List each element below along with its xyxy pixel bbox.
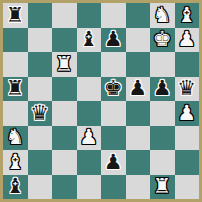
white-rook-c6: ♜ [55,54,74,75]
square-b2[interactable] [28,150,53,175]
square-b6[interactable] [28,52,53,77]
square-f3[interactable] [126,126,151,151]
square-f5[interactable]: ♟ [126,77,151,102]
square-d2[interactable] [77,150,102,175]
square-e7[interactable]: ♟ [101,28,126,53]
white-knight-g8: ♞ [153,5,172,26]
square-d6[interactable] [77,52,102,77]
square-f6[interactable] [126,52,151,77]
square-h5[interactable]: ♛ [175,77,200,102]
square-g8[interactable]: ♞ [150,3,175,28]
white-pawn-h7: ♟ [177,29,196,50]
square-c2[interactable] [52,150,77,175]
square-b8[interactable] [28,3,53,28]
square-h4[interactable]: ♟ [175,101,200,126]
square-e5[interactable]: ♚ [101,77,126,102]
board-frame: ♜♞♝♝♟♚♟♜♜♚♟♟♛♛♟♞♟♝♟♝♜ [0,0,202,202]
white-bishop-h8: ♝ [177,5,196,26]
square-c1[interactable] [52,175,77,200]
square-d1[interactable] [77,175,102,200]
white-king-g7: ♚ [153,29,172,50]
square-a1[interactable]: ♝ [3,175,28,200]
black-queen-b4: ♛ [30,103,49,124]
square-h7[interactable]: ♟ [175,28,200,53]
square-d5[interactable] [77,77,102,102]
square-h2[interactable] [175,150,200,175]
square-e1[interactable] [101,175,126,200]
square-a2[interactable]: ♝ [3,150,28,175]
square-b1[interactable] [28,175,53,200]
square-a8[interactable]: ♜ [3,3,28,28]
square-a6[interactable] [3,52,28,77]
square-g3[interactable] [150,126,175,151]
black-bishop-d7: ♝ [79,29,98,50]
square-f4[interactable] [126,101,151,126]
black-queen-h5: ♛ [177,78,196,99]
square-f1[interactable] [126,175,151,200]
square-b4[interactable]: ♛ [28,101,53,126]
square-e8[interactable] [101,3,126,28]
square-g5[interactable]: ♟ [150,77,175,102]
square-e3[interactable] [101,126,126,151]
white-rook-g1: ♜ [153,176,172,197]
black-bishop-a1: ♝ [6,176,25,197]
white-pawn-h4: ♟ [177,103,196,124]
black-king-e5: ♚ [104,78,123,99]
black-pawn-e2: ♟ [104,152,123,173]
square-g2[interactable] [150,150,175,175]
square-e6[interactable] [101,52,126,77]
square-d7[interactable]: ♝ [77,28,102,53]
chess-board: ♜♞♝♝♟♚♟♜♜♚♟♟♛♛♟♞♟♝♟♝♜ [3,3,199,199]
square-c6[interactable]: ♜ [52,52,77,77]
square-c5[interactable] [52,77,77,102]
white-pawn-d3: ♟ [79,127,98,148]
square-b7[interactable] [28,28,53,53]
square-g6[interactable] [150,52,175,77]
square-h8[interactable]: ♝ [175,3,200,28]
square-d4[interactable] [77,101,102,126]
square-f2[interactable] [126,150,151,175]
square-e2[interactable]: ♟ [101,150,126,175]
black-pawn-e7: ♟ [104,29,123,50]
square-d8[interactable] [77,3,102,28]
white-knight-a3: ♞ [6,127,25,148]
square-e4[interactable] [101,101,126,126]
square-a5[interactable]: ♜ [3,77,28,102]
square-h6[interactable] [175,52,200,77]
square-h1[interactable] [175,175,200,200]
black-pawn-g5: ♟ [153,78,172,99]
black-rook-a8: ♜ [6,5,25,26]
square-a7[interactable] [3,28,28,53]
square-f7[interactable] [126,28,151,53]
square-c3[interactable] [52,126,77,151]
square-b3[interactable] [28,126,53,151]
square-g7[interactable]: ♚ [150,28,175,53]
square-b5[interactable] [28,77,53,102]
white-bishop-a2: ♝ [6,152,25,173]
square-g1[interactable]: ♜ [150,175,175,200]
square-c7[interactable] [52,28,77,53]
square-c8[interactable] [52,3,77,28]
square-c4[interactable] [52,101,77,126]
square-h3[interactable] [175,126,200,151]
square-f8[interactable] [126,3,151,28]
square-g4[interactable] [150,101,175,126]
square-d3[interactable]: ♟ [77,126,102,151]
square-a3[interactable]: ♞ [3,126,28,151]
black-rook-a5: ♜ [6,78,25,99]
square-a4[interactable] [3,101,28,126]
black-pawn-f5: ♟ [128,78,147,99]
